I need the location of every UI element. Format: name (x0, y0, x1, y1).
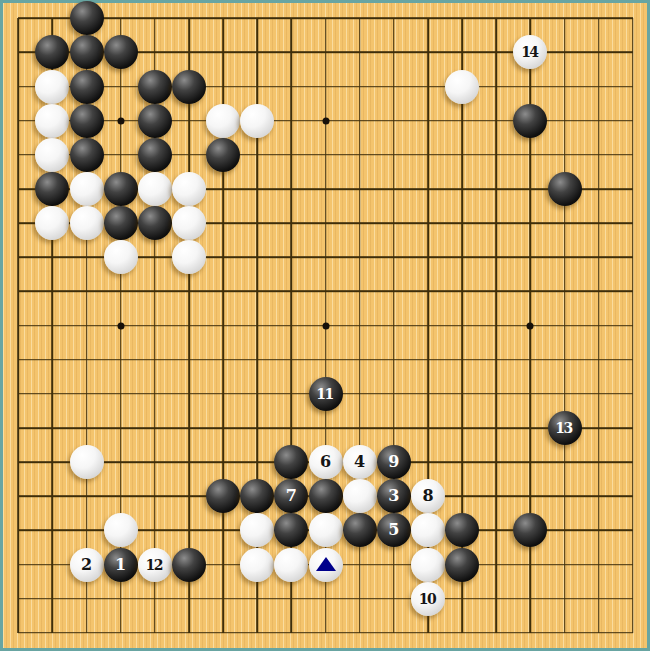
intersection-1-17[interactable] (35, 582, 69, 616)
intersection-14-14[interactable] (479, 479, 513, 513)
intersection-9-17[interactable] (308, 582, 342, 616)
intersection-5-4[interactable] (172, 138, 206, 172)
intersection-14-3[interactable] (479, 104, 513, 138)
intersection-18-2[interactable] (616, 69, 650, 103)
intersection-9-13[interactable]: 6 (308, 445, 342, 479)
intersection-9-0[interactable] (308, 1, 342, 35)
intersection-15-10[interactable] (513, 343, 547, 377)
intersection-10-14[interactable] (343, 479, 377, 513)
intersection-2-5[interactable] (69, 172, 103, 206)
intersection-1-9[interactable] (35, 308, 69, 342)
intersection-16-8[interactable] (547, 274, 581, 308)
intersection-2-12[interactable] (69, 411, 103, 445)
intersection-15-13[interactable] (513, 445, 547, 479)
intersection-0-1[interactable] (1, 35, 35, 69)
intersection-14-15[interactable] (479, 513, 513, 547)
intersection-10-6[interactable] (343, 206, 377, 240)
intersection-17-9[interactable] (582, 308, 616, 342)
intersection-6-8[interactable] (206, 274, 240, 308)
intersection-0-18[interactable] (1, 616, 35, 650)
intersection-12-16[interactable] (411, 547, 445, 581)
intersection-10-5[interactable] (343, 172, 377, 206)
intersection-15-1[interactable]: 14 (513, 35, 547, 69)
intersection-1-1[interactable] (35, 35, 69, 69)
intersection-14-6[interactable] (479, 206, 513, 240)
intersection-3-18[interactable] (104, 616, 138, 650)
intersection-15-7[interactable] (513, 240, 547, 274)
intersection-13-17[interactable] (445, 582, 479, 616)
intersection-6-16[interactable] (206, 547, 240, 581)
intersection-15-4[interactable] (513, 138, 547, 172)
intersection-13-3[interactable] (445, 104, 479, 138)
intersection-6-12[interactable] (206, 411, 240, 445)
intersection-3-6[interactable] (104, 206, 138, 240)
intersection-7-13[interactable] (240, 445, 274, 479)
intersection-2-8[interactable] (69, 274, 103, 308)
intersection-7-1[interactable] (240, 35, 274, 69)
intersection-3-8[interactable] (104, 274, 138, 308)
intersection-2-0[interactable] (69, 1, 103, 35)
intersection-2-10[interactable] (69, 343, 103, 377)
intersection-12-10[interactable] (411, 343, 445, 377)
intersection-0-16[interactable] (1, 547, 35, 581)
intersection-4-15[interactable] (138, 513, 172, 547)
intersection-6-9[interactable] (206, 308, 240, 342)
intersection-8-10[interactable] (274, 343, 308, 377)
intersection-7-16[interactable] (240, 547, 274, 581)
intersection-11-0[interactable] (377, 1, 411, 35)
intersection-3-17[interactable] (104, 582, 138, 616)
intersection-0-4[interactable] (1, 138, 35, 172)
intersection-13-15[interactable] (445, 513, 479, 547)
intersection-0-0[interactable] (1, 1, 35, 35)
intersection-15-8[interactable] (513, 274, 547, 308)
intersection-1-8[interactable] (35, 274, 69, 308)
intersection-8-9[interactable] (274, 308, 308, 342)
intersection-9-8[interactable] (308, 274, 342, 308)
intersection-2-15[interactable] (69, 513, 103, 547)
intersection-12-1[interactable] (411, 35, 445, 69)
intersection-18-1[interactable] (616, 35, 650, 69)
intersection-12-13[interactable] (411, 445, 445, 479)
intersection-12-0[interactable] (411, 1, 445, 35)
intersection-5-2[interactable] (172, 69, 206, 103)
intersection-1-2[interactable] (35, 69, 69, 103)
intersection-9-15[interactable] (308, 513, 342, 547)
intersection-3-1[interactable] (104, 35, 138, 69)
intersection-4-16[interactable]: 12 (138, 547, 172, 581)
intersection-14-8[interactable] (479, 274, 513, 308)
intersection-5-3[interactable] (172, 104, 206, 138)
intersection-7-2[interactable] (240, 69, 274, 103)
intersection-5-8[interactable] (172, 274, 206, 308)
intersection-18-12[interactable] (616, 411, 650, 445)
intersection-7-0[interactable] (240, 1, 274, 35)
intersection-14-5[interactable] (479, 172, 513, 206)
intersection-6-1[interactable] (206, 35, 240, 69)
intersection-1-6[interactable] (35, 206, 69, 240)
intersection-1-16[interactable] (35, 547, 69, 581)
intersection-3-7[interactable] (104, 240, 138, 274)
intersection-18-17[interactable] (616, 582, 650, 616)
intersection-17-13[interactable] (582, 445, 616, 479)
intersection-4-8[interactable] (138, 274, 172, 308)
intersection-11-2[interactable] (377, 69, 411, 103)
intersection-17-8[interactable] (582, 274, 616, 308)
intersection-15-5[interactable] (513, 172, 547, 206)
intersection-12-6[interactable] (411, 206, 445, 240)
intersection-0-15[interactable] (1, 513, 35, 547)
intersection-11-14[interactable]: 3 (377, 479, 411, 513)
intersection-14-18[interactable] (479, 616, 513, 650)
intersection-16-5[interactable] (547, 172, 581, 206)
intersection-3-0[interactable] (104, 1, 138, 35)
intersection-17-0[interactable] (582, 1, 616, 35)
intersection-0-12[interactable] (1, 411, 35, 445)
intersection-0-11[interactable] (1, 377, 35, 411)
intersection-16-12[interactable]: 13 (547, 411, 581, 445)
intersection-8-6[interactable] (274, 206, 308, 240)
intersection-2-16[interactable]: 2 (69, 547, 103, 581)
intersection-0-2[interactable] (1, 69, 35, 103)
intersection-16-0[interactable] (547, 1, 581, 35)
intersection-4-3[interactable] (138, 104, 172, 138)
intersection-13-4[interactable] (445, 138, 479, 172)
intersection-11-7[interactable] (377, 240, 411, 274)
intersection-14-7[interactable] (479, 240, 513, 274)
intersection-10-10[interactable] (343, 343, 377, 377)
intersection-11-12[interactable] (377, 411, 411, 445)
intersection-13-0[interactable] (445, 1, 479, 35)
intersection-3-15[interactable] (104, 513, 138, 547)
intersection-5-1[interactable] (172, 35, 206, 69)
intersection-18-10[interactable] (616, 343, 650, 377)
intersection-15-0[interactable] (513, 1, 547, 35)
intersection-12-14[interactable]: 8 (411, 479, 445, 513)
intersection-14-9[interactable] (479, 308, 513, 342)
intersection-18-5[interactable] (616, 172, 650, 206)
intersection-8-3[interactable] (274, 104, 308, 138)
intersection-0-3[interactable] (1, 104, 35, 138)
intersection-0-10[interactable] (1, 343, 35, 377)
intersection-11-5[interactable] (377, 172, 411, 206)
intersection-7-15[interactable] (240, 513, 274, 547)
intersection-6-10[interactable] (206, 343, 240, 377)
intersection-15-2[interactable] (513, 69, 547, 103)
intersection-6-18[interactable] (206, 616, 240, 650)
intersection-17-1[interactable] (582, 35, 616, 69)
intersection-4-10[interactable] (138, 343, 172, 377)
intersection-14-2[interactable] (479, 69, 513, 103)
intersection-13-11[interactable] (445, 377, 479, 411)
intersection-14-10[interactable] (479, 343, 513, 377)
intersection-4-7[interactable] (138, 240, 172, 274)
intersection-11-17[interactable] (377, 582, 411, 616)
intersection-15-3[interactable] (513, 104, 547, 138)
intersection-6-13[interactable] (206, 445, 240, 479)
intersection-17-15[interactable] (582, 513, 616, 547)
intersection-9-7[interactable] (308, 240, 342, 274)
intersection-11-8[interactable] (377, 274, 411, 308)
intersection-7-12[interactable] (240, 411, 274, 445)
intersection-7-17[interactable] (240, 582, 274, 616)
intersection-7-3[interactable] (240, 104, 274, 138)
intersection-12-15[interactable] (411, 513, 445, 547)
intersection-14-12[interactable] (479, 411, 513, 445)
intersection-3-4[interactable] (104, 138, 138, 172)
intersection-8-1[interactable] (274, 35, 308, 69)
intersection-12-4[interactable] (411, 138, 445, 172)
intersection-16-3[interactable] (547, 104, 581, 138)
intersection-2-7[interactable] (69, 240, 103, 274)
intersection-1-13[interactable] (35, 445, 69, 479)
intersection-10-8[interactable] (343, 274, 377, 308)
intersection-5-13[interactable] (172, 445, 206, 479)
intersection-4-13[interactable] (138, 445, 172, 479)
intersection-0-13[interactable] (1, 445, 35, 479)
intersection-18-8[interactable] (616, 274, 650, 308)
intersection-17-18[interactable] (582, 616, 616, 650)
intersection-11-6[interactable] (377, 206, 411, 240)
intersection-0-6[interactable] (1, 206, 35, 240)
intersection-7-10[interactable] (240, 343, 274, 377)
intersection-8-18[interactable] (274, 616, 308, 650)
intersection-9-14[interactable] (308, 479, 342, 513)
intersection-16-10[interactable] (547, 343, 581, 377)
intersection-2-9[interactable] (69, 308, 103, 342)
intersection-11-15[interactable]: 5 (377, 513, 411, 547)
intersection-13-18[interactable] (445, 616, 479, 650)
intersection-6-5[interactable] (206, 172, 240, 206)
intersection-8-14[interactable]: 7 (274, 479, 308, 513)
intersection-13-2[interactable] (445, 69, 479, 103)
intersection-18-13[interactable] (616, 445, 650, 479)
intersection-3-13[interactable] (104, 445, 138, 479)
intersection-5-10[interactable] (172, 343, 206, 377)
intersection-1-12[interactable] (35, 411, 69, 445)
intersection-8-12[interactable] (274, 411, 308, 445)
intersection-17-12[interactable] (582, 411, 616, 445)
intersection-4-1[interactable] (138, 35, 172, 69)
intersection-12-18[interactable] (411, 616, 445, 650)
intersection-11-9[interactable] (377, 308, 411, 342)
intersection-2-11[interactable] (69, 377, 103, 411)
intersection-17-3[interactable] (582, 104, 616, 138)
intersection-5-11[interactable] (172, 377, 206, 411)
intersection-17-14[interactable] (582, 479, 616, 513)
intersection-12-2[interactable] (411, 69, 445, 103)
intersection-13-14[interactable] (445, 479, 479, 513)
intersection-14-11[interactable] (479, 377, 513, 411)
intersection-16-2[interactable] (547, 69, 581, 103)
intersection-2-18[interactable] (69, 616, 103, 650)
intersection-9-16[interactable] (308, 547, 342, 581)
intersection-9-2[interactable] (308, 69, 342, 103)
intersection-14-1[interactable] (479, 35, 513, 69)
intersection-18-9[interactable] (616, 308, 650, 342)
intersection-15-17[interactable] (513, 582, 547, 616)
intersection-5-14[interactable] (172, 479, 206, 513)
intersection-18-7[interactable] (616, 240, 650, 274)
intersection-15-15[interactable] (513, 513, 547, 547)
intersection-4-6[interactable] (138, 206, 172, 240)
intersection-17-7[interactable] (582, 240, 616, 274)
intersection-9-3[interactable] (308, 104, 342, 138)
intersection-2-1[interactable] (69, 35, 103, 69)
intersection-1-3[interactable] (35, 104, 69, 138)
intersection-15-18[interactable] (513, 616, 547, 650)
intersection-12-11[interactable] (411, 377, 445, 411)
intersection-10-9[interactable] (343, 308, 377, 342)
intersection-11-11[interactable] (377, 377, 411, 411)
intersection-6-6[interactable] (206, 206, 240, 240)
intersection-3-9[interactable] (104, 308, 138, 342)
intersection-11-4[interactable] (377, 138, 411, 172)
intersection-6-11[interactable] (206, 377, 240, 411)
intersection-16-14[interactable] (547, 479, 581, 513)
intersection-13-13[interactable] (445, 445, 479, 479)
intersection-10-0[interactable] (343, 1, 377, 35)
intersection-9-5[interactable] (308, 172, 342, 206)
intersection-0-5[interactable] (1, 172, 35, 206)
intersection-2-13[interactable] (69, 445, 103, 479)
intersection-4-5[interactable] (138, 172, 172, 206)
intersection-1-10[interactable] (35, 343, 69, 377)
intersection-10-12[interactable] (343, 411, 377, 445)
intersection-5-16[interactable] (172, 547, 206, 581)
intersection-13-5[interactable] (445, 172, 479, 206)
intersection-12-5[interactable] (411, 172, 445, 206)
intersection-16-13[interactable] (547, 445, 581, 479)
intersection-18-4[interactable] (616, 138, 650, 172)
intersection-8-15[interactable] (274, 513, 308, 547)
intersection-8-16[interactable] (274, 547, 308, 581)
intersection-11-16[interactable] (377, 547, 411, 581)
intersection-2-17[interactable] (69, 582, 103, 616)
intersection-3-3[interactable] (104, 104, 138, 138)
intersection-10-3[interactable] (343, 104, 377, 138)
intersection-13-8[interactable] (445, 274, 479, 308)
intersection-14-4[interactable] (479, 138, 513, 172)
intersection-14-13[interactable] (479, 445, 513, 479)
intersection-13-7[interactable] (445, 240, 479, 274)
intersection-10-4[interactable] (343, 138, 377, 172)
intersection-1-15[interactable] (35, 513, 69, 547)
intersection-8-5[interactable] (274, 172, 308, 206)
intersection-18-16[interactable] (616, 547, 650, 581)
intersection-2-2[interactable] (69, 69, 103, 103)
intersection-5-9[interactable] (172, 308, 206, 342)
intersection-9-10[interactable] (308, 343, 342, 377)
intersection-1-0[interactable] (35, 1, 69, 35)
intersection-14-17[interactable] (479, 582, 513, 616)
intersection-5-7[interactable] (172, 240, 206, 274)
intersection-10-2[interactable] (343, 69, 377, 103)
intersection-17-11[interactable] (582, 377, 616, 411)
intersection-16-4[interactable] (547, 138, 581, 172)
intersection-14-0[interactable] (479, 1, 513, 35)
intersection-12-9[interactable] (411, 308, 445, 342)
intersection-7-8[interactable] (240, 274, 274, 308)
intersection-12-7[interactable] (411, 240, 445, 274)
intersection-6-14[interactable] (206, 479, 240, 513)
intersection-1-11[interactable] (35, 377, 69, 411)
intersection-9-4[interactable] (308, 138, 342, 172)
intersection-5-12[interactable] (172, 411, 206, 445)
intersection-7-5[interactable] (240, 172, 274, 206)
intersection-13-9[interactable] (445, 308, 479, 342)
intersection-2-6[interactable] (69, 206, 103, 240)
intersection-9-12[interactable] (308, 411, 342, 445)
intersection-17-4[interactable] (582, 138, 616, 172)
intersection-9-6[interactable] (308, 206, 342, 240)
intersection-18-6[interactable] (616, 206, 650, 240)
intersection-8-13[interactable] (274, 445, 308, 479)
intersection-4-9[interactable] (138, 308, 172, 342)
intersection-10-13[interactable]: 4 (343, 445, 377, 479)
intersection-17-6[interactable] (582, 206, 616, 240)
intersection-8-17[interactable] (274, 582, 308, 616)
intersection-4-12[interactable] (138, 411, 172, 445)
intersection-15-12[interactable] (513, 411, 547, 445)
intersection-2-4[interactable] (69, 138, 103, 172)
intersection-0-7[interactable] (1, 240, 35, 274)
intersection-9-9[interactable] (308, 308, 342, 342)
intersection-7-7[interactable] (240, 240, 274, 274)
intersection-16-1[interactable] (547, 35, 581, 69)
intersection-3-11[interactable] (104, 377, 138, 411)
intersection-6-2[interactable] (206, 69, 240, 103)
intersection-8-2[interactable] (274, 69, 308, 103)
intersection-7-11[interactable] (240, 377, 274, 411)
intersection-10-7[interactable] (343, 240, 377, 274)
intersection-10-16[interactable] (343, 547, 377, 581)
intersection-16-15[interactable] (547, 513, 581, 547)
intersection-4-18[interactable] (138, 616, 172, 650)
intersection-3-5[interactable] (104, 172, 138, 206)
intersection-15-6[interactable] (513, 206, 547, 240)
intersection-12-17[interactable]: 10 (411, 582, 445, 616)
intersection-6-4[interactable] (206, 138, 240, 172)
intersection-10-1[interactable] (343, 35, 377, 69)
intersection-10-18[interactable] (343, 616, 377, 650)
intersection-5-15[interactable] (172, 513, 206, 547)
intersection-8-8[interactable] (274, 274, 308, 308)
intersection-12-3[interactable] (411, 104, 445, 138)
intersection-1-14[interactable] (35, 479, 69, 513)
intersection-10-17[interactable] (343, 582, 377, 616)
intersection-18-14[interactable] (616, 479, 650, 513)
intersection-17-17[interactable] (582, 582, 616, 616)
intersection-5-17[interactable] (172, 582, 206, 616)
intersection-7-18[interactable] (240, 616, 274, 650)
intersection-3-10[interactable] (104, 343, 138, 377)
intersection-16-18[interactable] (547, 616, 581, 650)
intersection-10-11[interactable] (343, 377, 377, 411)
intersection-16-9[interactable] (547, 308, 581, 342)
intersection-4-11[interactable] (138, 377, 172, 411)
intersection-11-1[interactable] (377, 35, 411, 69)
intersection-4-4[interactable] (138, 138, 172, 172)
intersection-1-18[interactable] (35, 616, 69, 650)
intersection-16-7[interactable] (547, 240, 581, 274)
intersection-8-7[interactable] (274, 240, 308, 274)
intersection-5-0[interactable] (172, 1, 206, 35)
intersection-8-0[interactable] (274, 1, 308, 35)
intersection-12-12[interactable] (411, 411, 445, 445)
intersection-6-7[interactable] (206, 240, 240, 274)
intersection-16-11[interactable] (547, 377, 581, 411)
